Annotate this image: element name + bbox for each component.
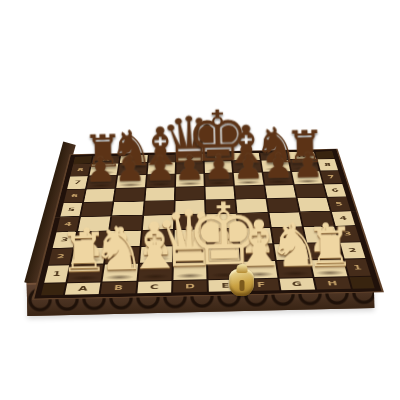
square-g6[interactable] <box>265 185 296 198</box>
piece-black-pawn[interactable]: ♟ <box>115 152 146 187</box>
square-h7[interactable]: ♟ <box>292 171 323 184</box>
frame-corner <box>350 277 375 289</box>
photo-scene: ABCDEFGH8♜♞♝♛♚♝♞♜87♟♟♟♟♟♟♟♟7665544332♟♟♟… <box>0 0 400 400</box>
brass-clasp <box>229 269 254 296</box>
coord-label: 7 <box>74 180 82 184</box>
piece-black-pawn[interactable]: ♟ <box>144 151 175 186</box>
piece-white-rook[interactable]: ♜ <box>305 220 355 275</box>
coord-file-b-front: B <box>101 282 136 294</box>
coord-rank-5-right: 5 <box>328 197 351 211</box>
coord-rank-7-right: 7 <box>321 171 342 183</box>
coord-rank-5-left: 5 <box>60 203 82 217</box>
piece-black-pawn[interactable]: ♟ <box>262 149 293 184</box>
coord-file-a-front: A <box>65 282 101 294</box>
coord-label: 6 <box>331 188 339 193</box>
coord-label: 6 <box>71 193 79 198</box>
piece-black-pawn[interactable]: ♟ <box>85 152 116 187</box>
coord-label: 5 <box>67 207 75 212</box>
square-a7[interactable]: ♟ <box>87 176 117 189</box>
coord-label: H <box>327 280 338 286</box>
coord-label: C <box>150 284 159 290</box>
coord-label: 5 <box>335 202 343 207</box>
coord-rank-6-right: 6 <box>324 184 346 197</box>
piece-black-pawn[interactable]: ♟ <box>233 149 264 184</box>
perspective-scene: ABCDEFGH8♜♞♝♛♚♝♞♜87♟♟♟♟♟♟♟♟7665544332♟♟♟… <box>0 0 400 400</box>
coord-label: A <box>78 285 88 291</box>
chess-board: ABCDEFGH8♜♞♝♛♚♝♞♜87♟♟♟♟♟♟♟♟7665544332♟♟♟… <box>32 149 384 300</box>
piece-black-pawn[interactable]: ♟ <box>292 148 323 183</box>
coord-file-g-front: G <box>279 278 315 290</box>
coord-file-h-front: H <box>314 277 350 289</box>
coord-label: F <box>257 282 266 288</box>
piece-black-pawn[interactable]: ♟ <box>203 150 234 185</box>
coord-label: D <box>185 283 195 289</box>
coord-rank-6-left: 6 <box>64 189 85 202</box>
square-b7[interactable]: ♟ <box>116 175 145 188</box>
coord-file-c-front: C <box>137 281 171 293</box>
coord-label: 7 <box>327 175 335 179</box>
coord-label: G <box>291 281 302 287</box>
square-h1[interactable]: ♜ <box>311 259 348 277</box>
coord-label: B <box>114 285 124 291</box>
coord-file-d-front: D <box>173 280 207 292</box>
square-g7[interactable]: ♟ <box>263 172 293 185</box>
square-a6[interactable] <box>84 188 115 201</box>
square-b6[interactable] <box>114 188 144 201</box>
square-h6[interactable] <box>295 184 326 197</box>
frame-corner <box>41 283 65 295</box>
square-c7[interactable]: ♟ <box>146 174 174 187</box>
piece-black-pawn[interactable]: ♟ <box>174 151 205 186</box>
